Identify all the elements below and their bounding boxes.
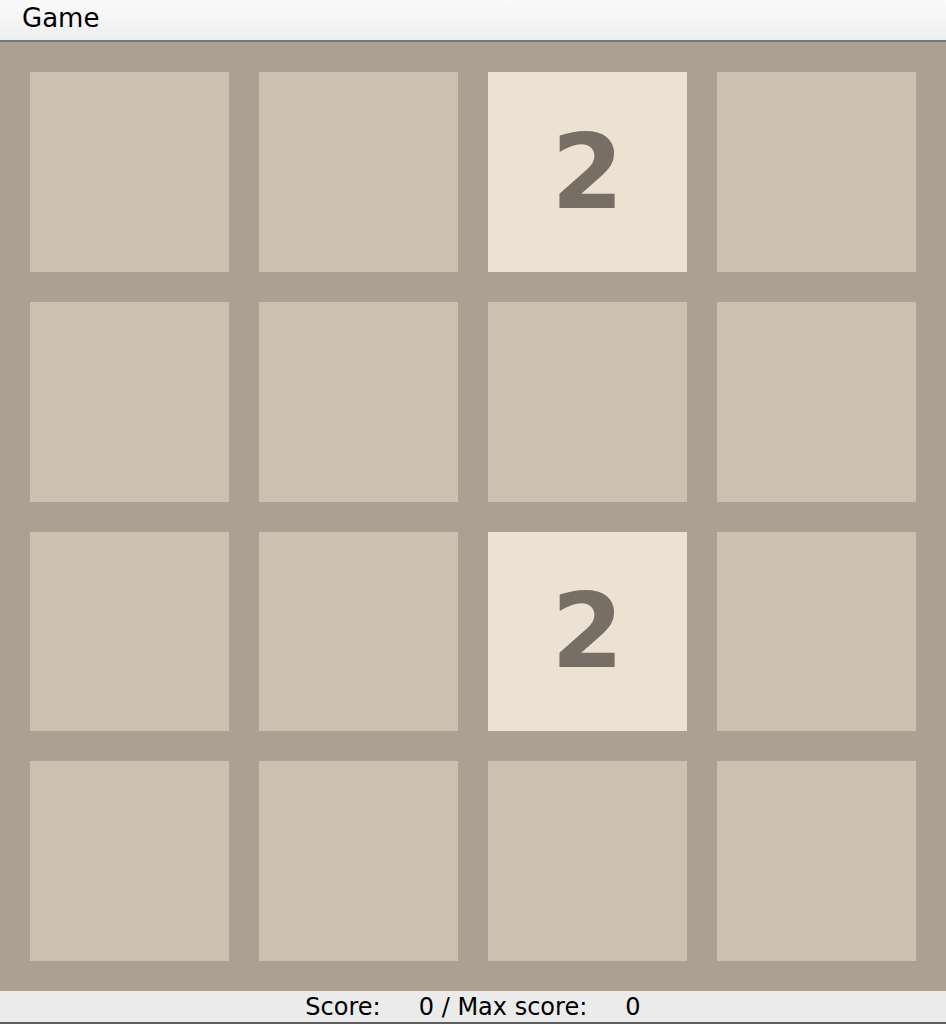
empty-cell [30,761,229,961]
score-text: Score: 0 / Max score: 0 [305,993,640,1021]
empty-cell [717,72,916,272]
menu-item-game[interactable]: Game [0,3,113,37]
game-board: 22 [0,42,946,991]
empty-cell [259,532,458,732]
tile-2: 2 [488,532,687,732]
empty-cell [717,532,916,732]
tile-2: 2 [488,72,687,272]
empty-cell [259,302,458,502]
empty-cell [717,761,916,961]
empty-cell [488,761,687,961]
empty-cell [259,761,458,961]
empty-cell [30,532,229,732]
empty-cell [717,302,916,502]
empty-cell [488,302,687,502]
menubar: Game [0,0,946,42]
statusbar: Score: 0 / Max score: 0 [0,991,946,1024]
board-grid: 22 [0,42,946,991]
empty-cell [30,302,229,502]
empty-cell [259,72,458,272]
empty-cell [30,72,229,272]
